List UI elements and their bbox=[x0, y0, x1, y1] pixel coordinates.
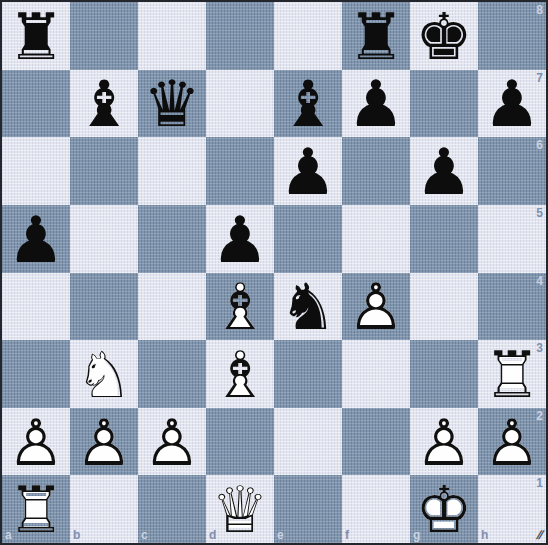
black-pawn-glyph: ♟ bbox=[478, 71, 546, 138]
square-f2[interactable] bbox=[342, 408, 410, 476]
square-e8[interactable] bbox=[274, 2, 342, 70]
piece-black-pawn: ♟ bbox=[274, 137, 342, 205]
piece-black-pawn: ♟ bbox=[206, 205, 274, 273]
piece-black-rook: ♜ bbox=[2, 2, 70, 70]
white-rook-outline: ♖ bbox=[2, 476, 70, 543]
white-king-outline: ♔ bbox=[410, 476, 478, 543]
square-g4[interactable] bbox=[410, 273, 478, 341]
square-d6[interactable] bbox=[206, 137, 274, 205]
black-queen-glyph: ♛ bbox=[138, 71, 206, 138]
square-d7[interactable] bbox=[206, 70, 274, 138]
square-h5[interactable]: 5 bbox=[478, 205, 546, 273]
square-c6[interactable] bbox=[138, 137, 206, 205]
square-c2[interactable]: ♟♙ bbox=[138, 408, 206, 476]
square-b5[interactable] bbox=[70, 205, 138, 273]
piece-white-rook: ♜♖ bbox=[2, 475, 70, 543]
white-pawn-outline: ♙ bbox=[410, 409, 478, 476]
square-d4[interactable]: ♝♗ bbox=[206, 273, 274, 341]
square-f4[interactable]: ♟♙ bbox=[342, 273, 410, 341]
square-c8[interactable] bbox=[138, 2, 206, 70]
piece-black-pawn: ♟ bbox=[410, 137, 478, 205]
square-d8[interactable] bbox=[206, 2, 274, 70]
black-pawn-glyph: ♟ bbox=[274, 138, 342, 205]
black-pawn-glyph: ♟ bbox=[206, 206, 274, 273]
square-e2[interactable] bbox=[274, 408, 342, 476]
square-h1[interactable]: 1h// bbox=[478, 475, 546, 543]
piece-white-king: ♚♔ bbox=[410, 475, 478, 543]
piece-white-queen: ♛♕ bbox=[206, 475, 274, 543]
square-h7[interactable]: ♟7 bbox=[478, 70, 546, 138]
square-g2[interactable]: ♟♙ bbox=[410, 408, 478, 476]
square-g6[interactable]: ♟ bbox=[410, 137, 478, 205]
square-f5[interactable] bbox=[342, 205, 410, 273]
square-a3[interactable] bbox=[2, 340, 70, 408]
rank-label-5: 5 bbox=[536, 207, 543, 219]
square-a1[interactable]: ♜♖a bbox=[2, 475, 70, 543]
square-b2[interactable]: ♟♙ bbox=[70, 408, 138, 476]
square-f1[interactable]: f bbox=[342, 475, 410, 543]
black-bishop-glyph: ♝ bbox=[274, 71, 342, 138]
white-pawn-outline: ♙ bbox=[138, 409, 206, 476]
square-e3[interactable] bbox=[274, 340, 342, 408]
square-e1[interactable]: e bbox=[274, 475, 342, 543]
square-g3[interactable] bbox=[410, 340, 478, 408]
square-e7[interactable]: ♝ bbox=[274, 70, 342, 138]
rank-label-8: 8 bbox=[536, 4, 543, 16]
square-a4[interactable] bbox=[2, 273, 70, 341]
square-b7[interactable]: ♝ bbox=[70, 70, 138, 138]
white-knight-outline: ♘ bbox=[70, 341, 138, 408]
square-b4[interactable] bbox=[70, 273, 138, 341]
piece-black-pawn: ♟ bbox=[342, 70, 410, 138]
black-pawn-glyph: ♟ bbox=[2, 206, 70, 273]
square-g5[interactable] bbox=[410, 205, 478, 273]
black-king-glyph: ♚ bbox=[410, 3, 478, 70]
piece-white-rook: ♜♖ bbox=[478, 340, 546, 408]
piece-white-bishop: ♝♗ bbox=[206, 273, 274, 341]
square-f7[interactable]: ♟ bbox=[342, 70, 410, 138]
file-label-c: c bbox=[141, 529, 148, 541]
square-h4[interactable]: 4 bbox=[478, 273, 546, 341]
piece-white-pawn: ♟♙ bbox=[342, 273, 410, 341]
square-b1[interactable]: b bbox=[70, 475, 138, 543]
file-label-f: f bbox=[345, 529, 349, 541]
square-b6[interactable] bbox=[70, 137, 138, 205]
black-pawn-glyph: ♟ bbox=[410, 138, 478, 205]
piece-white-pawn: ♟♙ bbox=[2, 408, 70, 476]
piece-black-pawn: ♟ bbox=[478, 70, 546, 138]
piece-white-pawn: ♟♙ bbox=[138, 408, 206, 476]
square-h8[interactable]: 8 bbox=[478, 2, 546, 70]
move-indicator: // bbox=[536, 529, 543, 541]
square-d1[interactable]: ♛♕d bbox=[206, 475, 274, 543]
piece-white-pawn: ♟♙ bbox=[70, 408, 138, 476]
square-h3[interactable]: ♜♖3 bbox=[478, 340, 546, 408]
square-d5[interactable]: ♟ bbox=[206, 205, 274, 273]
file-label-h: h bbox=[481, 529, 488, 541]
black-rook-glyph: ♜ bbox=[342, 3, 410, 70]
square-e4[interactable]: ♞ bbox=[274, 273, 342, 341]
piece-white-pawn: ♟♙ bbox=[478, 408, 546, 476]
white-queen-outline: ♕ bbox=[206, 476, 274, 543]
black-pawn-glyph: ♟ bbox=[342, 71, 410, 138]
black-bishop-glyph: ♝ bbox=[70, 71, 138, 138]
piece-black-pawn: ♟ bbox=[2, 205, 70, 273]
white-pawn-outline: ♙ bbox=[2, 409, 70, 476]
piece-white-bishop: ♝♗ bbox=[206, 340, 274, 408]
square-a8[interactable]: ♜ bbox=[2, 2, 70, 70]
white-bishop-outline: ♗ bbox=[206, 341, 274, 408]
square-c4[interactable] bbox=[138, 273, 206, 341]
square-g1[interactable]: ♚♔g bbox=[410, 475, 478, 543]
white-pawn-outline: ♙ bbox=[478, 409, 546, 476]
rank-label-6: 6 bbox=[536, 139, 543, 151]
square-g8[interactable]: ♚ bbox=[410, 2, 478, 70]
file-label-e: e bbox=[277, 529, 284, 541]
square-c5[interactable] bbox=[138, 205, 206, 273]
square-e5[interactable] bbox=[274, 205, 342, 273]
piece-black-king: ♚ bbox=[410, 2, 478, 70]
rank-label-1: 1 bbox=[536, 477, 543, 489]
square-b3[interactable]: ♞♘ bbox=[70, 340, 138, 408]
square-f3[interactable] bbox=[342, 340, 410, 408]
piece-white-pawn: ♟♙ bbox=[410, 408, 478, 476]
square-a5[interactable]: ♟ bbox=[2, 205, 70, 273]
square-e6[interactable]: ♟ bbox=[274, 137, 342, 205]
piece-black-bishop: ♝ bbox=[274, 70, 342, 138]
file-label-b: b bbox=[73, 529, 80, 541]
piece-black-knight: ♞ bbox=[274, 273, 342, 341]
square-f8[interactable]: ♜ bbox=[342, 2, 410, 70]
square-a2[interactable]: ♟♙ bbox=[2, 408, 70, 476]
chess-board: ♜♜♚8♝♛♝♟♟7♟♟6♟♟5♝♗♞♟♙4♞♘♝♗♜♖3♟♙♟♙♟♙♟♙♟♙2… bbox=[0, 0, 548, 545]
white-pawn-outline: ♙ bbox=[70, 409, 138, 476]
square-b8[interactable] bbox=[70, 2, 138, 70]
piece-white-knight: ♞♘ bbox=[70, 340, 138, 408]
square-f6[interactable] bbox=[342, 137, 410, 205]
square-d3[interactable]: ♝♗ bbox=[206, 340, 274, 408]
square-c3[interactable] bbox=[138, 340, 206, 408]
piece-black-rook: ♜ bbox=[342, 2, 410, 70]
white-pawn-outline: ♙ bbox=[342, 274, 410, 341]
square-c7[interactable]: ♛ bbox=[138, 70, 206, 138]
square-d2[interactable] bbox=[206, 408, 274, 476]
white-rook-outline: ♖ bbox=[478, 341, 546, 408]
square-g7[interactable] bbox=[410, 70, 478, 138]
rank-label-4: 4 bbox=[536, 275, 543, 287]
piece-black-bishop: ♝ bbox=[70, 70, 138, 138]
square-c1[interactable]: c bbox=[138, 475, 206, 543]
white-bishop-outline: ♗ bbox=[206, 274, 274, 341]
square-h6[interactable]: 6 bbox=[478, 137, 546, 205]
square-a7[interactable] bbox=[2, 70, 70, 138]
piece-black-queen: ♛ bbox=[138, 70, 206, 138]
square-a6[interactable] bbox=[2, 137, 70, 205]
black-knight-glyph: ♞ bbox=[274, 274, 342, 341]
square-h2[interactable]: ♟♙2 bbox=[478, 408, 546, 476]
black-rook-glyph: ♜ bbox=[2, 3, 70, 70]
